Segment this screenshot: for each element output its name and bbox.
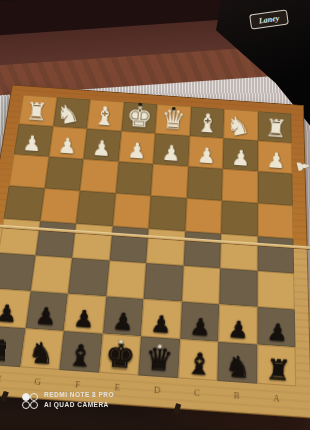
piece-white-pawn: ♟ [188, 145, 224, 168]
square-h2: ♟ [14, 124, 53, 157]
square-e6 [106, 260, 146, 298]
piece-black-pawn: ♟ [141, 312, 181, 338]
photo-scene: Laney ♜♞♝♚♛♝♞♜♟♟♟♟♟♟♟♟♟♟♟♟♟♟♟♟♜♞♝♚♛♝♞♜ H… [0, 0, 310, 430]
file-label-c: C [177, 387, 217, 400]
piece-black-queen: ♛ [138, 343, 180, 377]
square-e5 [109, 226, 148, 263]
camera-watermark: REDMI NOTE 8 PRO AI QUAD CAMERA [22, 390, 114, 410]
square-d6 [144, 263, 184, 301]
piece-black-knight: ♞ [217, 351, 259, 383]
square-g1: ♞ [53, 97, 90, 129]
square-d8: ♛ [138, 336, 179, 378]
piece-white-knight: ♞ [48, 98, 87, 130]
square-h6 [0, 253, 35, 291]
quad-circles-icon [22, 393, 37, 408]
piece-black-pawn: ♟ [180, 315, 220, 341]
square-h4 [4, 186, 45, 221]
square-g5 [35, 221, 76, 258]
piece-black-pawn: ♟ [64, 307, 104, 333]
spare-pawn-lying: ♟ [292, 159, 310, 174]
square-b3 [222, 169, 258, 203]
square-d3 [151, 164, 188, 198]
square-d4 [149, 196, 187, 232]
square-c3 [186, 166, 222, 200]
square-c7: ♟ [180, 302, 220, 342]
piece-white-king: ♚ [121, 101, 157, 132]
square-b7: ♟ [218, 304, 257, 344]
square-e3 [115, 162, 153, 196]
square-a4 [257, 203, 293, 239]
board-grid: ♜♞♝♚♛♝♞♜♟♟♟♟♟♟♟♟♟♟♟♟♟♟♟♟♜♞♝♚♛♝♞♜ [0, 95, 296, 387]
square-g6 [30, 255, 72, 293]
square-f2: ♟ [83, 129, 121, 162]
square-h5 [0, 219, 40, 256]
square-b5 [220, 234, 257, 271]
square-b6 [219, 268, 257, 307]
piece-black-rook: ♜ [0, 335, 22, 366]
laney-logo: Laney [249, 9, 289, 29]
square-a1: ♜ [258, 111, 292, 143]
square-g4 [40, 188, 80, 223]
watermark-line2: AI QUAD CAMERA [44, 400, 114, 410]
piece-white-pawn: ♟ [223, 147, 259, 170]
square-d5 [146, 229, 185, 266]
square-g8: ♞ [20, 328, 64, 370]
square-e1: ♚ [121, 102, 157, 134]
piece-white-rook: ♜ [258, 116, 294, 143]
square-g2: ♟ [49, 126, 87, 159]
square-f1: ♝ [87, 100, 124, 132]
square-a5 [257, 236, 294, 273]
square-f6 [68, 258, 109, 296]
square-c2: ♟ [188, 136, 224, 169]
square-a6 [257, 271, 295, 310]
piece-black-rook: ♜ [257, 355, 298, 386]
piece-white-pawn: ♟ [153, 142, 189, 165]
square-e7: ♟ [102, 296, 143, 336]
square-c8: ♝ [178, 339, 219, 381]
watermark-text: REDMI NOTE 8 PRO AI QUAD CAMERA [44, 390, 114, 410]
piece-white-pawn: ♟ [14, 132, 50, 155]
square-f5 [72, 224, 112, 261]
square-g3 [44, 157, 83, 191]
piece-white-knight: ♞ [219, 110, 258, 142]
square-e2: ♟ [118, 131, 155, 164]
square-f3 [80, 159, 118, 193]
square-b8: ♞ [217, 342, 257, 384]
watermark-line1: REDMI NOTE 8 PRO [44, 390, 114, 400]
square-d2: ♟ [153, 134, 189, 167]
file-label-a: A [257, 392, 297, 405]
square-b2: ♟ [223, 138, 258, 171]
piece-black-bishop: ♝ [59, 340, 101, 372]
square-a2: ♟ [257, 141, 292, 174]
piece-black-pawn: ♟ [218, 317, 258, 343]
piece-white-pawn: ♟ [83, 137, 119, 160]
piece-white-pawn: ♟ [257, 149, 293, 172]
square-a3 [257, 171, 293, 205]
square-a7: ♟ [257, 307, 296, 347]
square-f7: ♟ [64, 294, 106, 334]
square-h3 [9, 154, 49, 188]
file-label-h: H [0, 373, 19, 386]
file-label-b: B [217, 390, 257, 403]
piece-black-pawn: ♟ [102, 309, 142, 335]
square-g7: ♟ [25, 291, 68, 331]
square-c6 [181, 266, 220, 305]
square-d7: ♟ [141, 299, 181, 339]
square-f4 [76, 191, 115, 226]
piece-white-queen: ♛ [155, 106, 191, 135]
square-a8: ♜ [257, 344, 296, 386]
piece-black-bishop: ♝ [178, 348, 220, 380]
square-e4 [112, 193, 151, 228]
square-e8: ♚ [99, 334, 141, 376]
square-b4 [221, 201, 257, 237]
piece-black-pawn: ♟ [0, 301, 27, 327]
chess-board: ♜♞♝♚♛♝♞♜♟♟♟♟♟♟♟♟♟♟♟♟♟♟♟♟♜♞♝♚♛♝♞♜ HGFEDCB… [0, 85, 310, 419]
square-c4 [185, 198, 222, 234]
piece-black-pawn: ♟ [257, 320, 297, 346]
piece-black-king: ♚ [99, 338, 141, 374]
piece-black-pawn: ♟ [25, 304, 65, 330]
square-c5 [183, 231, 221, 268]
file-label-d: D [137, 384, 177, 397]
file-label-g: G [17, 376, 58, 389]
square-f8: ♝ [59, 331, 102, 373]
piece-black-knight: ♞ [20, 337, 62, 369]
piece-white-pawn: ♟ [118, 140, 154, 163]
square-d1: ♛ [155, 104, 191, 136]
square-b1: ♞ [223, 109, 257, 141]
piece-white-pawn: ♟ [49, 135, 85, 158]
piece-white-bishop: ♝ [87, 103, 123, 131]
